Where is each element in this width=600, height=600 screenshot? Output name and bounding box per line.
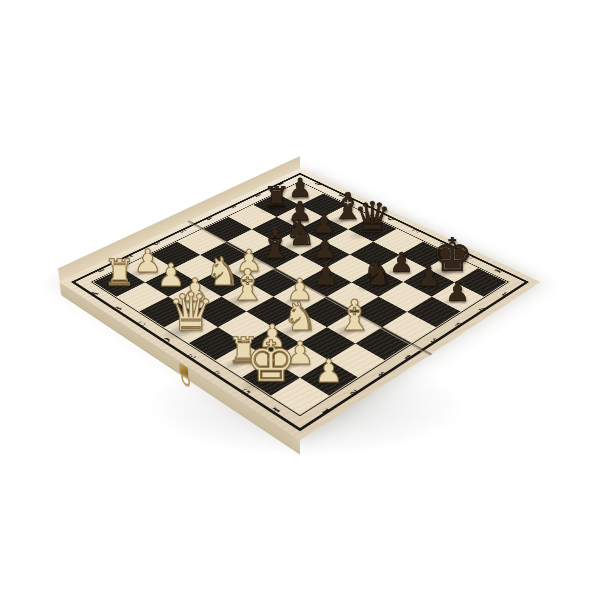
file-label-b: B	[111, 305, 124, 313]
square-e3	[247, 296, 300, 327]
rank-label-5: 5	[428, 337, 440, 344]
square-d3	[221, 282, 274, 311]
rank-label-7: 7	[123, 254, 135, 260]
square-g1	[242, 360, 300, 395]
square-g5	[353, 296, 406, 327]
square-h7	[431, 282, 484, 311]
rank-label-4: 4	[203, 216, 214, 221]
rank-label-5: 5	[177, 228, 188, 234]
rank-label-1: 1	[318, 407, 331, 416]
square-g6	[379, 282, 432, 311]
square-d1	[164, 311, 218, 343]
square-h6	[407, 296, 460, 327]
file-label-f: F	[211, 370, 225, 379]
file-label-a: A	[88, 290, 101, 298]
rank-label-6: 6	[453, 321, 465, 328]
square-f4	[300, 296, 353, 327]
square-g2	[272, 343, 329, 377]
square-e4	[274, 282, 327, 311]
rank-label-2: 2	[347, 388, 360, 396]
square-d2	[193, 296, 246, 327]
rank-label-7: 7	[477, 306, 489, 313]
rank-label-8: 8	[500, 291, 511, 298]
square-b1	[116, 282, 169, 311]
file-label-h: H	[266, 406, 282, 416]
rank-label-1: 1	[276, 182, 286, 187]
rank-label-8: 8	[95, 267, 107, 273]
square-h5	[382, 311, 436, 343]
file-label-b: B	[337, 192, 349, 198]
square-h1	[271, 377, 330, 414]
square-f3	[273, 311, 327, 343]
rank-label-6: 6	[151, 241, 162, 247]
square-h4	[356, 327, 412, 360]
square-e2	[218, 311, 272, 343]
file-label-d: D	[385, 215, 397, 221]
square-h2	[300, 360, 358, 395]
square-c1	[140, 296, 193, 327]
chess-set-photo: ABCDEFGH ABCDEFGH 12345678 12345678 ♟♜♝♟…	[0, 0, 600, 600]
rank-label-4: 4	[402, 353, 414, 361]
file-label-c: C	[360, 204, 372, 210]
square-e1	[189, 327, 245, 360]
square-f1	[215, 343, 272, 377]
rank-label-3: 3	[228, 204, 239, 209]
rank-label-2: 2	[252, 193, 263, 198]
square-g3	[300, 327, 356, 360]
file-label-f: F	[437, 240, 449, 246]
file-label-c: C	[134, 320, 148, 328]
file-label-d: D	[159, 336, 173, 344]
square-g4	[327, 311, 381, 343]
file-label-a: A	[313, 181, 325, 187]
rank-label-3: 3	[375, 370, 388, 378]
file-label-e: E	[411, 228, 423, 234]
square-f5	[326, 282, 379, 311]
square-c2	[169, 282, 222, 311]
square-h3	[328, 343, 385, 377]
square-f2	[244, 327, 300, 360]
file-label-e: E	[184, 353, 198, 362]
file-label-g: G	[237, 387, 253, 397]
